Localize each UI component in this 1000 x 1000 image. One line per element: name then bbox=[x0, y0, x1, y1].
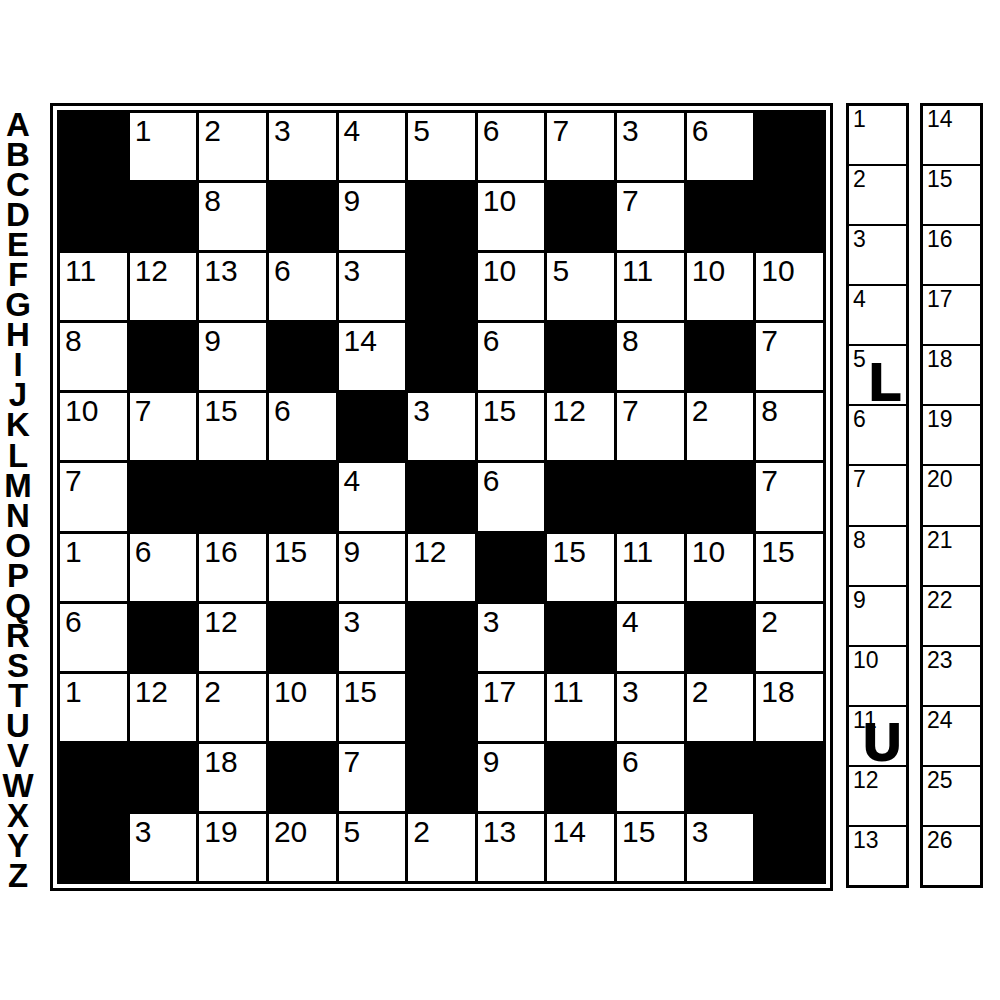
key-cell-number: 1 bbox=[853, 108, 866, 131]
cell-code-number: 8 bbox=[622, 324, 639, 357]
cell-code-number: 15 bbox=[761, 535, 794, 568]
grid-cell[interactable]: 10 bbox=[478, 253, 545, 320]
cell-code-number: 8 bbox=[204, 184, 221, 217]
black-cell bbox=[408, 183, 475, 250]
key-cell[interactable]: 17 bbox=[923, 286, 980, 344]
grid-cell[interactable]: 17 bbox=[478, 674, 545, 741]
cell-code-number: 18 bbox=[204, 745, 237, 778]
cell-code-number: 18 bbox=[761, 675, 794, 708]
black-cell bbox=[269, 463, 336, 530]
key-cell[interactable]: 13 bbox=[849, 827, 906, 885]
cell-code-number: 15 bbox=[552, 535, 585, 568]
cell-code-number: 10 bbox=[483, 184, 516, 217]
grid-cell[interactable]: 6 bbox=[687, 113, 754, 180]
grid-cell[interactable]: 18 bbox=[756, 674, 823, 741]
black-cell bbox=[269, 183, 336, 250]
black-cell bbox=[130, 183, 197, 250]
key-cell-number: 22 bbox=[927, 589, 953, 612]
cell-code-number: 11 bbox=[65, 254, 96, 287]
alphabet-letter: K bbox=[2, 410, 34, 440]
grid-cell[interactable]: 11 bbox=[617, 253, 684, 320]
cell-code-number: 6 bbox=[65, 605, 82, 638]
cell-code-number: 2 bbox=[692, 394, 709, 427]
key-cell-number: 6 bbox=[853, 408, 866, 431]
black-cell bbox=[60, 113, 127, 180]
black-cell bbox=[60, 744, 127, 811]
grid-cell[interactable]: 6 bbox=[617, 744, 684, 811]
black-cell bbox=[199, 463, 266, 530]
black-cell bbox=[687, 183, 754, 250]
grid-cell[interactable]: 3 bbox=[130, 814, 197, 881]
grid-cell[interactable]: 2 bbox=[408, 814, 475, 881]
black-cell bbox=[60, 814, 127, 881]
black-cell bbox=[687, 463, 754, 530]
cell-code-number: 9 bbox=[344, 535, 361, 568]
black-cell bbox=[269, 604, 336, 671]
cell-code-number: 2 bbox=[692, 675, 709, 708]
cell-code-number: 3 bbox=[622, 114, 639, 147]
key-cell-number: 26 bbox=[927, 829, 953, 852]
cell-code-number: 5 bbox=[344, 815, 361, 848]
key-cell[interactable]: 21 bbox=[923, 527, 980, 585]
grid-cell[interactable]: 3 bbox=[617, 113, 684, 180]
grid-cell[interactable]: 3 bbox=[617, 674, 684, 741]
black-cell bbox=[547, 183, 614, 250]
black-cell bbox=[687, 604, 754, 671]
grid-cell[interactable]: 2 bbox=[756, 604, 823, 671]
cell-code-number: 7 bbox=[65, 464, 82, 497]
key-cell-number: 2 bbox=[853, 168, 866, 191]
key-cell[interactable]: 10 bbox=[849, 647, 906, 705]
cell-code-number: 5 bbox=[552, 254, 569, 287]
cell-code-number: 3 bbox=[413, 394, 430, 427]
grid-cell[interactable]: 6 bbox=[478, 463, 545, 530]
cell-code-number: 19 bbox=[204, 815, 237, 848]
grid-cell[interactable]: 6 bbox=[269, 393, 336, 460]
black-cell bbox=[130, 604, 197, 671]
grid-cell[interactable]: 8 bbox=[60, 323, 127, 390]
grid-cell[interactable]: 7 bbox=[339, 744, 406, 811]
cell-code-number: 7 bbox=[761, 464, 778, 497]
key-panel-14-26: 14151617181920212223242526 bbox=[920, 103, 983, 888]
grid-cell[interactable]: 19 bbox=[199, 814, 266, 881]
grid-cell[interactable]: 6 bbox=[60, 604, 127, 671]
black-cell bbox=[408, 253, 475, 320]
key-cell[interactable]: 14 bbox=[923, 106, 980, 164]
black-cell bbox=[547, 463, 614, 530]
grid-cell[interactable]: 6 bbox=[478, 323, 545, 390]
black-cell bbox=[756, 183, 823, 250]
key-cell-number: 19 bbox=[927, 408, 953, 431]
cell-code-number: 14 bbox=[552, 815, 585, 848]
grid-cell[interactable]: 5 bbox=[408, 113, 475, 180]
grid-cell[interactable]: 5 bbox=[339, 814, 406, 881]
grid-cell[interactable]: 15 bbox=[547, 534, 614, 601]
key-cell-number: 16 bbox=[927, 228, 953, 251]
grid-cell[interactable]: 6 bbox=[130, 534, 197, 601]
grid-cell[interactable]: 3 bbox=[478, 604, 545, 671]
key-cell-number: 13 bbox=[853, 829, 879, 852]
key-cell-number: 9 bbox=[853, 589, 866, 612]
black-cell bbox=[269, 744, 336, 811]
grid-cell[interactable]: 2 bbox=[687, 393, 754, 460]
key-panel-1-13: 12345L67891011U1213 bbox=[846, 103, 909, 888]
key-cell[interactable]: 23 bbox=[923, 647, 980, 705]
key-cell-number: 24 bbox=[927, 709, 953, 732]
black-cell bbox=[408, 604, 475, 671]
black-cell bbox=[130, 744, 197, 811]
cell-code-number: 2 bbox=[761, 605, 778, 638]
cell-code-number: 3 bbox=[135, 815, 152, 848]
cell-code-number: 3 bbox=[622, 675, 639, 708]
cell-code-number: 14 bbox=[344, 324, 377, 357]
cell-code-number: 7 bbox=[761, 324, 778, 357]
grid-cell[interactable]: 14 bbox=[339, 323, 406, 390]
key-cell[interactable]: 22 bbox=[923, 587, 980, 645]
grid-cell[interactable]: 10 bbox=[478, 183, 545, 250]
grid-cell[interactable]: 11 bbox=[547, 674, 614, 741]
grid-cell[interactable]: 15 bbox=[478, 393, 545, 460]
alphabet-checklist: ABCDEFGHIJKLMNOPQRSTUVWXYZ bbox=[2, 110, 34, 891]
grid-cell[interactable]: 5 bbox=[547, 253, 614, 320]
key-cell-number: 3 bbox=[853, 228, 866, 251]
grid-cell[interactable]: 10 bbox=[687, 253, 754, 320]
grid-cell[interactable]: 3 bbox=[408, 393, 475, 460]
key-cell[interactable]: 25 bbox=[923, 767, 980, 825]
cell-code-number: 15 bbox=[483, 394, 516, 427]
grid-cell[interactable]: 3 bbox=[269, 113, 336, 180]
grid-cell[interactable]: 3 bbox=[687, 814, 754, 881]
key-cell-number: 7 bbox=[853, 468, 866, 491]
cell-code-number: 6 bbox=[483, 464, 500, 497]
key-cell[interactable]: 2 bbox=[849, 166, 906, 224]
grid-cell[interactable]: 7 bbox=[617, 393, 684, 460]
key-cell-number: 18 bbox=[927, 348, 953, 371]
grid-cell[interactable]: 15 bbox=[199, 393, 266, 460]
black-cell bbox=[339, 393, 406, 460]
cell-code-number: 3 bbox=[344, 605, 361, 638]
key-cell[interactable]: 26 bbox=[923, 827, 980, 885]
grid-cell[interactable]: 6 bbox=[478, 113, 545, 180]
key-cell[interactable]: 1 bbox=[849, 106, 906, 164]
cell-code-number: 6 bbox=[483, 114, 500, 147]
cell-code-number: 20 bbox=[274, 815, 307, 848]
cell-code-number: 10 bbox=[274, 675, 307, 708]
black-cell bbox=[756, 113, 823, 180]
key-cell-number: 25 bbox=[927, 769, 953, 792]
grid-cell[interactable]: 16 bbox=[199, 534, 266, 601]
key-cell[interactable]: 24 bbox=[923, 707, 980, 765]
black-cell bbox=[408, 744, 475, 811]
black-cell bbox=[687, 744, 754, 811]
grid-cell[interactable]: 15 bbox=[269, 534, 336, 601]
grid-cell[interactable]: 2 bbox=[199, 674, 266, 741]
cell-code-number: 3 bbox=[692, 815, 709, 848]
cell-code-number: 12 bbox=[413, 535, 446, 568]
cell-code-number: 6 bbox=[622, 745, 639, 778]
grid-cell[interactable]: 10 bbox=[269, 674, 336, 741]
cell-code-number: 4 bbox=[344, 464, 361, 497]
key-cell[interactable]: 9 bbox=[849, 587, 906, 645]
key-cell[interactable]: 4 bbox=[849, 286, 906, 344]
grid-cell[interactable]: 13 bbox=[478, 814, 545, 881]
black-cell bbox=[547, 744, 614, 811]
black-cell bbox=[60, 183, 127, 250]
key-cell-number: 4 bbox=[853, 288, 866, 311]
cell-code-number: 3 bbox=[483, 605, 500, 638]
cell-code-number: 7 bbox=[552, 114, 569, 147]
grid-cell[interactable]: 9 bbox=[339, 183, 406, 250]
grid-cell[interactable]: 1 bbox=[60, 674, 127, 741]
cell-code-number: 15 bbox=[274, 535, 307, 568]
cell-code-number: 2 bbox=[204, 114, 221, 147]
key-cell[interactable]: 8 bbox=[849, 527, 906, 585]
black-cell bbox=[269, 323, 336, 390]
key-cell[interactable]: 5L bbox=[849, 346, 906, 404]
cell-code-number: 7 bbox=[622, 394, 639, 427]
grid-cell[interactable]: 15 bbox=[756, 534, 823, 601]
grid-cell[interactable]: 12 bbox=[130, 674, 197, 741]
grid-cell[interactable]: 7 bbox=[60, 463, 127, 530]
grid-cell[interactable]: 14 bbox=[547, 814, 614, 881]
cell-code-number: 3 bbox=[344, 254, 361, 287]
cell-code-number: 15 bbox=[204, 394, 237, 427]
cell-code-number: 5 bbox=[413, 114, 430, 147]
cell-code-number: 3 bbox=[274, 114, 291, 147]
key-cell-number: 20 bbox=[927, 468, 953, 491]
black-cell bbox=[478, 534, 545, 601]
cell-code-number: 4 bbox=[622, 605, 639, 638]
grid-cell[interactable]: 18 bbox=[199, 744, 266, 811]
key-cell-number: 8 bbox=[853, 529, 866, 552]
black-cell bbox=[756, 814, 823, 881]
cell-code-number: 12 bbox=[204, 605, 237, 638]
key-cell-number: 10 bbox=[853, 649, 879, 672]
key-cell[interactable]: 15 bbox=[923, 166, 980, 224]
black-cell bbox=[130, 463, 197, 530]
cell-code-number: 10 bbox=[692, 535, 725, 568]
cell-code-number: 6 bbox=[483, 324, 500, 357]
cell-code-number: 9 bbox=[344, 184, 361, 217]
key-cell-number: 12 bbox=[853, 769, 879, 792]
black-cell bbox=[756, 744, 823, 811]
cell-code-number: 8 bbox=[761, 394, 778, 427]
cell-code-number: 12 bbox=[552, 394, 585, 427]
grid-cell[interactable]: 8 bbox=[617, 323, 684, 390]
cell-code-number: 10 bbox=[692, 254, 725, 287]
key-cell-number: 14 bbox=[927, 108, 953, 131]
cell-code-number: 7 bbox=[622, 184, 639, 217]
cell-code-number: 1 bbox=[65, 535, 82, 568]
key-cell[interactable]: 7 bbox=[849, 466, 906, 524]
cell-code-number: 10 bbox=[761, 254, 794, 287]
solved-letter: L bbox=[869, 362, 901, 403]
cell-code-number: 8 bbox=[65, 324, 82, 357]
grid-cell[interactable]: 12 bbox=[199, 604, 266, 671]
black-cell bbox=[408, 674, 475, 741]
codeword-puzzle-page: ABCDEFGHIJKLMNOPQRSTUVWXYZ 1234567368910… bbox=[0, 0, 1000, 1000]
grid-cell[interactable]: 7 bbox=[617, 183, 684, 250]
key-cell-number: 17 bbox=[927, 288, 953, 311]
key-cell[interactable]: 16 bbox=[923, 226, 980, 284]
grid-cell[interactable]: 7 bbox=[756, 463, 823, 530]
grid-cell[interactable]: 9 bbox=[478, 744, 545, 811]
cell-code-number: 10 bbox=[65, 394, 98, 427]
grid-cell[interactable]: 9 bbox=[339, 534, 406, 601]
grid-cell[interactable]: 6 bbox=[269, 253, 336, 320]
grid-cell[interactable]: 8 bbox=[199, 183, 266, 250]
grid-cell[interactable]: 13 bbox=[199, 253, 266, 320]
grid-cell[interactable]: 15 bbox=[617, 814, 684, 881]
cell-code-number: 15 bbox=[344, 675, 377, 708]
grid-cell[interactable]: 15 bbox=[339, 674, 406, 741]
grid-cell[interactable]: 4 bbox=[339, 463, 406, 530]
grid-cell[interactable]: 2 bbox=[199, 113, 266, 180]
cell-code-number: 12 bbox=[135, 254, 168, 287]
grid-cell[interactable]: 12 bbox=[408, 534, 475, 601]
key-cell-number: 23 bbox=[927, 649, 953, 672]
solved-letter: U bbox=[863, 722, 901, 763]
key-cell[interactable]: 3 bbox=[849, 226, 906, 284]
black-cell bbox=[687, 323, 754, 390]
key-cell-number: 21 bbox=[927, 529, 953, 552]
grid-cell[interactable]: 7 bbox=[756, 323, 823, 390]
cell-code-number: 15 bbox=[622, 815, 655, 848]
cell-code-number: 9 bbox=[483, 745, 500, 778]
key-cell[interactable]: 20 bbox=[923, 466, 980, 524]
grid-cell[interactable]: 11 bbox=[617, 534, 684, 601]
cell-code-number: 13 bbox=[483, 815, 516, 848]
cell-code-number: 10 bbox=[483, 254, 516, 287]
key-cell-number: 15 bbox=[927, 168, 953, 191]
cell-code-number: 11 bbox=[622, 535, 653, 568]
black-cell bbox=[547, 323, 614, 390]
grid-cell[interactable]: 8 bbox=[756, 393, 823, 460]
grid-cell[interactable]: 20 bbox=[269, 814, 336, 881]
cell-code-number: 17 bbox=[483, 675, 516, 708]
black-cell bbox=[617, 463, 684, 530]
key-cell[interactable]: 12 bbox=[849, 767, 906, 825]
cell-code-number: 16 bbox=[204, 535, 237, 568]
grid-cell[interactable]: 7 bbox=[547, 113, 614, 180]
black-cell bbox=[408, 463, 475, 530]
puzzle-board-frame: 1234567368910711121363105111010891468710… bbox=[50, 103, 833, 891]
cell-code-number: 6 bbox=[692, 114, 709, 147]
grid-cell[interactable]: 12 bbox=[547, 393, 614, 460]
grid-cell[interactable]: 4 bbox=[617, 604, 684, 671]
cell-code-number: 7 bbox=[344, 745, 361, 778]
grid-cell[interactable]: 2 bbox=[687, 674, 754, 741]
grid-cell[interactable]: 9 bbox=[199, 323, 266, 390]
key-cell[interactable]: 18 bbox=[923, 346, 980, 404]
cell-code-number: 2 bbox=[204, 675, 221, 708]
grid-cell[interactable]: 10 bbox=[756, 253, 823, 320]
codeword-grid: 1234567368910711121363105111010891468710… bbox=[57, 110, 826, 884]
cell-code-number: 6 bbox=[135, 535, 152, 568]
grid-cell[interactable]: 1 bbox=[130, 113, 197, 180]
cell-code-number: 11 bbox=[622, 254, 653, 287]
grid-cell[interactable]: 7 bbox=[130, 393, 197, 460]
cell-code-number: 6 bbox=[274, 394, 291, 427]
black-cell bbox=[547, 604, 614, 671]
alphabet-letter: Z bbox=[2, 861, 34, 891]
grid-cell[interactable]: 4 bbox=[339, 113, 406, 180]
grid-cell[interactable]: 12 bbox=[130, 253, 197, 320]
cell-code-number: 1 bbox=[135, 114, 152, 147]
cell-code-number: 7 bbox=[135, 394, 152, 427]
key-cell[interactable]: 11U bbox=[849, 707, 906, 765]
black-cell bbox=[130, 323, 197, 390]
grid-cell[interactable]: 10 bbox=[60, 393, 127, 460]
cell-code-number: 6 bbox=[274, 254, 291, 287]
key-cell[interactable]: 6 bbox=[849, 406, 906, 464]
key-cell[interactable]: 19 bbox=[923, 406, 980, 464]
grid-cell[interactable]: 3 bbox=[339, 604, 406, 671]
cell-code-number: 9 bbox=[204, 324, 221, 357]
cell-code-number: 1 bbox=[65, 675, 82, 708]
cell-code-number: 4 bbox=[344, 114, 361, 147]
grid-cell[interactable]: 1 bbox=[60, 534, 127, 601]
grid-cell[interactable]: 10 bbox=[687, 534, 754, 601]
cell-code-number: 2 bbox=[413, 815, 430, 848]
grid-cell[interactable]: 3 bbox=[339, 253, 406, 320]
cell-code-number: 12 bbox=[135, 675, 168, 708]
grid-cell[interactable]: 11 bbox=[60, 253, 127, 320]
cell-code-number: 11 bbox=[552, 675, 583, 708]
black-cell bbox=[408, 323, 475, 390]
cell-code-number: 13 bbox=[204, 254, 237, 287]
key-cell-number: 5 bbox=[853, 348, 866, 371]
